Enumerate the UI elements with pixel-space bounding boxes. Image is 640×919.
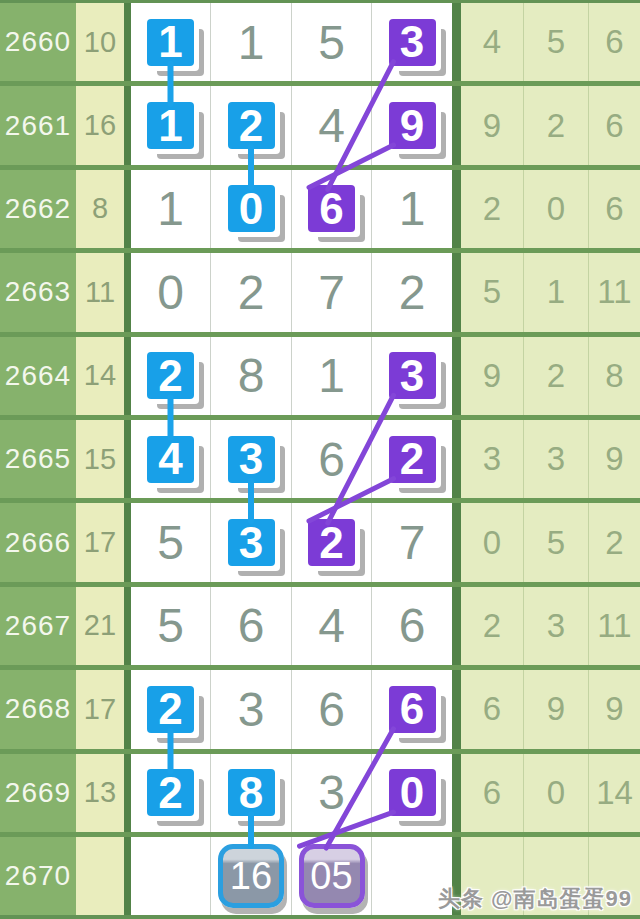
digit-cell: 5 — [131, 587, 210, 665]
issue-cell: 2666 — [0, 503, 76, 581]
trend-row-2664: 2664142813928 — [0, 337, 640, 420]
stat-cell: 6 — [461, 670, 523, 748]
column-separator — [452, 420, 461, 498]
column-separator — [124, 253, 131, 331]
column-separator — [124, 337, 131, 415]
digit-cell: 9 — [371, 86, 452, 164]
blue-highlight-box: 3 — [228, 436, 275, 483]
digit-cell: 2 — [131, 754, 210, 832]
stat-cell: 6 — [588, 3, 640, 81]
stat-cell: 0 — [461, 503, 523, 581]
column-separator — [124, 587, 131, 665]
issue-cell: 2668 — [0, 670, 76, 748]
digit-cell: 05 — [291, 837, 371, 915]
sum-cell: 11 — [76, 253, 124, 331]
stat-cell: 0 — [523, 754, 588, 832]
issue-cell: 2663 — [0, 253, 76, 331]
stat-cell: 3 — [523, 420, 588, 498]
issue-cell: 2662 — [0, 170, 76, 248]
digit-cell: 6 — [291, 670, 371, 748]
digit-cell: 2 — [371, 253, 452, 331]
blue-highlight-box: 4 — [147, 436, 194, 483]
blue-highlight-box: 2 — [147, 686, 194, 733]
digit-cell: 0 — [371, 754, 452, 832]
stat-cell: 4 — [461, 3, 523, 81]
stat-cell: 3 — [461, 420, 523, 498]
trend-row-2667: 26672156462311 — [0, 587, 640, 670]
stat-cell: 9 — [461, 86, 523, 164]
watermark: 头条 @南岛蛋蛋99 — [438, 884, 632, 914]
purple-highlight-box: 2 — [308, 519, 355, 566]
stat-cell: 9 — [588, 420, 640, 498]
column-separator — [124, 420, 131, 498]
digit-cell: 7 — [291, 253, 371, 331]
issue-cell: 2669 — [0, 754, 76, 832]
stat-cell: 11 — [588, 587, 640, 665]
trend-row-2666: 2666175327052 — [0, 503, 640, 586]
digit-cell: 6 — [291, 170, 371, 248]
trend-row-2661: 2661161249926 — [0, 86, 640, 169]
blue-highlight-box: 1 — [147, 102, 194, 149]
issue-cell: 2665 — [0, 420, 76, 498]
stat-cell: 2 — [523, 337, 588, 415]
digit-cell: 2 — [210, 86, 291, 164]
column-separator — [452, 337, 461, 415]
digit-cell: 2 — [131, 670, 210, 748]
sum-cell: 15 — [76, 420, 124, 498]
issue-cell: 2667 — [0, 587, 76, 665]
trend-chart-board: 2660101153456266116124992626628106120626… — [0, 0, 640, 919]
column-separator — [452, 3, 461, 81]
issue-cell: 2660 — [0, 3, 76, 81]
stat-cell: 9 — [461, 337, 523, 415]
stat-cell: 6 — [461, 754, 523, 832]
stat-cell: 2 — [523, 86, 588, 164]
purple-highlight-box: 0 — [389, 769, 436, 816]
digit-cell: 7 — [371, 503, 452, 581]
column-separator — [124, 86, 131, 164]
digit-cell: 16 — [210, 837, 291, 915]
trend-row-2669: 26691328306014 — [0, 754, 640, 837]
sum-cell: 14 — [76, 337, 124, 415]
digit-cell: 1 — [131, 170, 210, 248]
digit-cell: 3 — [371, 3, 452, 81]
sum-cell: 17 — [76, 503, 124, 581]
blue-highlight-box: 8 — [228, 769, 275, 816]
column-separator — [452, 587, 461, 665]
purple-highlight-box: 2 — [389, 436, 436, 483]
digit-cell: 6 — [210, 587, 291, 665]
column-separator — [124, 503, 131, 581]
column-separator — [452, 86, 461, 164]
sum-cell: 17 — [76, 670, 124, 748]
issue-cell: 2664 — [0, 337, 76, 415]
trend-row-2662: 266281061206 — [0, 170, 640, 253]
purple-next-pick-key: 05 — [299, 844, 365, 908]
digit-cell: 6 — [371, 670, 452, 748]
stat-cell: 8 — [588, 337, 640, 415]
stat-cell: 5 — [461, 253, 523, 331]
digit-cell: 1 — [371, 170, 452, 248]
column-separator — [452, 253, 461, 331]
digit-cell: 0 — [131, 253, 210, 331]
stat-cell: 9 — [588, 670, 640, 748]
column-separator — [452, 170, 461, 248]
digit-cell: 1 — [131, 3, 210, 81]
stat-cell: 1 — [523, 253, 588, 331]
purple-highlight-box: 9 — [389, 102, 436, 149]
stat-cell: 5 — [523, 503, 588, 581]
blue-highlight-box: 3 — [228, 519, 275, 566]
issue-cell: 2670 — [0, 837, 76, 915]
stat-cell: 2 — [588, 503, 640, 581]
sum-cell: 13 — [76, 754, 124, 832]
blue-next-pick-key: 16 — [218, 844, 284, 908]
column-separator — [124, 670, 131, 748]
digit-cell: 1 — [210, 3, 291, 81]
sum-cell: 8 — [76, 170, 124, 248]
blue-highlight-box: 0 — [228, 185, 275, 232]
sum-cell: 16 — [76, 86, 124, 164]
digit-cell: 4 — [131, 420, 210, 498]
sum-cell: 21 — [76, 587, 124, 665]
column-separator — [452, 670, 461, 748]
trend-row-2660: 2660101153456 — [0, 3, 640, 86]
column-separator — [124, 3, 131, 81]
digit-cell: 3 — [291, 754, 371, 832]
digit-cell: 6 — [371, 587, 452, 665]
purple-highlight-box: 3 — [389, 19, 436, 66]
issue-cell: 2661 — [0, 86, 76, 164]
digit-cell: 5 — [131, 503, 210, 581]
digit-cell: 8 — [210, 337, 291, 415]
column-separator — [124, 170, 131, 248]
digit-cell: 1 — [291, 337, 371, 415]
stat-cell: 11 — [588, 253, 640, 331]
digit-cell: 2 — [371, 420, 452, 498]
digit-cell: 3 — [210, 503, 291, 581]
digit-cell: 2 — [131, 337, 210, 415]
blue-highlight-box: 2 — [228, 102, 275, 149]
purple-highlight-box: 3 — [389, 352, 436, 399]
trend-row-2668: 2668172366699 — [0, 670, 640, 753]
column-separator — [452, 503, 461, 581]
purple-highlight-box: 6 — [389, 686, 436, 733]
sum-cell: 10 — [76, 3, 124, 81]
sum-cell — [76, 837, 124, 915]
stat-cell: 2 — [461, 587, 523, 665]
stat-cell: 6 — [588, 86, 640, 164]
digit-cell: 4 — [291, 587, 371, 665]
trend-row-2663: 26631102725111 — [0, 253, 640, 336]
digit-cell: 1 — [131, 86, 210, 164]
digit-cell — [131, 837, 210, 915]
digit-cell: 5 — [291, 3, 371, 81]
digit-cell: 3 — [371, 337, 452, 415]
bottom-border-band — [0, 915, 640, 919]
digit-cell: 2 — [210, 253, 291, 331]
stat-cell: 0 — [523, 170, 588, 248]
trend-rows: 2660101153456266116124992626628106120626… — [0, 3, 640, 915]
stat-cell: 6 — [588, 170, 640, 248]
stat-cell: 5 — [523, 3, 588, 81]
purple-highlight-box: 6 — [308, 185, 355, 232]
digit-cell: 6 — [291, 420, 371, 498]
stat-cell: 3 — [523, 587, 588, 665]
digit-cell: 0 — [210, 170, 291, 248]
digit-cell: 3 — [210, 670, 291, 748]
digit-cell: 3 — [210, 420, 291, 498]
stat-cell: 2 — [461, 170, 523, 248]
column-separator — [452, 754, 461, 832]
blue-highlight-box: 2 — [147, 769, 194, 816]
column-separator — [124, 837, 131, 915]
column-separator — [124, 754, 131, 832]
blue-highlight-box: 2 — [147, 352, 194, 399]
stat-cell: 9 — [523, 670, 588, 748]
digit-cell: 4 — [291, 86, 371, 164]
digit-cell: 2 — [291, 503, 371, 581]
stat-cell: 14 — [588, 754, 640, 832]
digit-cell: 8 — [210, 754, 291, 832]
trend-row-2665: 2665154362339 — [0, 420, 640, 503]
blue-highlight-box: 1 — [147, 19, 194, 66]
